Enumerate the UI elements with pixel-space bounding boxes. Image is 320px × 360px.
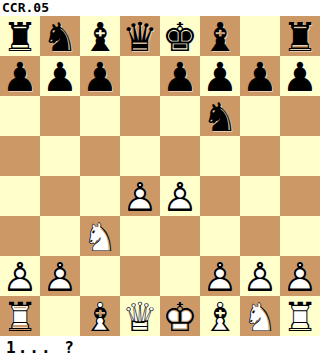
square-e7[interactable]: ♟ <box>160 56 200 96</box>
square-g5[interactable] <box>240 136 280 176</box>
black-knight: ♞ <box>40 16 80 56</box>
square-g7[interactable]: ♟ <box>240 56 280 96</box>
square-c7[interactable]: ♟ <box>80 56 120 96</box>
square-e8[interactable]: ♚ <box>160 16 200 56</box>
square-c5[interactable] <box>80 136 120 176</box>
square-b4[interactable] <box>40 176 80 216</box>
square-f4[interactable] <box>200 176 240 216</box>
square-g3[interactable] <box>240 216 280 256</box>
black-rook: ♜ <box>0 16 40 56</box>
white-knight: ♞♘ <box>80 216 120 256</box>
white-queen: ♛♕ <box>120 296 160 336</box>
square-a3[interactable] <box>0 216 40 256</box>
square-d5[interactable] <box>120 136 160 176</box>
square-f1[interactable]: ♝♗ <box>200 296 240 336</box>
black-pawn: ♟ <box>40 56 80 96</box>
square-d4[interactable]: ♟♙ <box>120 176 160 216</box>
black-pawn: ♟ <box>200 56 240 96</box>
square-b7[interactable]: ♟ <box>40 56 80 96</box>
square-b6[interactable] <box>40 96 80 136</box>
square-d1[interactable]: ♛♕ <box>120 296 160 336</box>
white-pawn: ♟♙ <box>120 176 160 216</box>
square-c8[interactable]: ♝ <box>80 16 120 56</box>
square-d6[interactable] <box>120 96 160 136</box>
white-rook: ♜♖ <box>0 296 40 336</box>
square-f7[interactable]: ♟ <box>200 56 240 96</box>
square-c3[interactable]: ♞♘ <box>80 216 120 256</box>
black-queen: ♛ <box>120 16 160 56</box>
square-f6[interactable]: ♞ <box>200 96 240 136</box>
white-pawn: ♟♙ <box>200 256 240 296</box>
square-d7[interactable] <box>120 56 160 96</box>
square-h5[interactable] <box>280 136 320 176</box>
square-c4[interactable] <box>80 176 120 216</box>
white-rook: ♜♖ <box>280 296 320 336</box>
square-h2[interactable]: ♟♙ <box>280 256 320 296</box>
square-a7[interactable]: ♟ <box>0 56 40 96</box>
square-b2[interactable]: ♟♙ <box>40 256 80 296</box>
square-b3[interactable] <box>40 216 80 256</box>
black-pawn: ♟ <box>0 56 40 96</box>
square-h1[interactable]: ♜♖ <box>280 296 320 336</box>
square-e2[interactable] <box>160 256 200 296</box>
square-f8[interactable]: ♝ <box>200 16 240 56</box>
square-c1[interactable]: ♝♗ <box>80 296 120 336</box>
square-g8[interactable] <box>240 16 280 56</box>
square-g1[interactable]: ♞♘ <box>240 296 280 336</box>
white-knight: ♞♘ <box>240 296 280 336</box>
square-c2[interactable] <box>80 256 120 296</box>
square-e5[interactable] <box>160 136 200 176</box>
square-h7[interactable]: ♟ <box>280 56 320 96</box>
square-b5[interactable] <box>40 136 80 176</box>
square-a5[interactable] <box>0 136 40 176</box>
square-e1[interactable]: ♚♔ <box>160 296 200 336</box>
square-b8[interactable]: ♞ <box>40 16 80 56</box>
square-g4[interactable] <box>240 176 280 216</box>
square-e4[interactable]: ♟♙ <box>160 176 200 216</box>
white-pawn: ♟♙ <box>0 256 40 296</box>
black-bishop: ♝ <box>80 16 120 56</box>
black-rook: ♜ <box>280 16 320 56</box>
square-c6[interactable] <box>80 96 120 136</box>
square-a2[interactable]: ♟♙ <box>0 256 40 296</box>
square-f2[interactable]: ♟♙ <box>200 256 240 296</box>
square-e6[interactable] <box>160 96 200 136</box>
black-king: ♚ <box>160 16 200 56</box>
black-bishop: ♝ <box>200 16 240 56</box>
black-pawn: ♟ <box>240 56 280 96</box>
square-a6[interactable] <box>0 96 40 136</box>
square-f5[interactable] <box>200 136 240 176</box>
black-pawn: ♟ <box>280 56 320 96</box>
square-d2[interactable] <box>120 256 160 296</box>
square-d8[interactable]: ♛ <box>120 16 160 56</box>
square-h6[interactable] <box>280 96 320 136</box>
square-d3[interactable] <box>120 216 160 256</box>
square-b1[interactable] <box>40 296 80 336</box>
square-h3[interactable] <box>280 216 320 256</box>
white-pawn: ♟♙ <box>160 176 200 216</box>
white-bishop: ♝♗ <box>200 296 240 336</box>
white-king: ♚♔ <box>160 296 200 336</box>
white-bishop: ♝♗ <box>80 296 120 336</box>
square-e3[interactable] <box>160 216 200 256</box>
chess-board: ♜♞♝♛♚♝♜♟♟♟♟♟♟♟♞♟♙♟♙♞♘♟♙♟♙♟♙♟♙♟♙♜♖♝♗♛♕♚♔♝… <box>0 16 320 336</box>
square-g6[interactable] <box>240 96 280 136</box>
white-pawn: ♟♙ <box>240 256 280 296</box>
black-pawn: ♟ <box>160 56 200 96</box>
white-pawn: ♟♙ <box>280 256 320 296</box>
square-a1[interactable]: ♜♖ <box>0 296 40 336</box>
square-h4[interactable] <box>280 176 320 216</box>
square-a8[interactable]: ♜ <box>0 16 40 56</box>
black-knight: ♞ <box>200 96 240 136</box>
square-g2[interactable]: ♟♙ <box>240 256 280 296</box>
black-pawn: ♟ <box>80 56 120 96</box>
white-pawn: ♟♙ <box>40 256 80 296</box>
square-h8[interactable]: ♜ <box>280 16 320 56</box>
square-f3[interactable] <box>200 216 240 256</box>
square-a4[interactable] <box>0 176 40 216</box>
